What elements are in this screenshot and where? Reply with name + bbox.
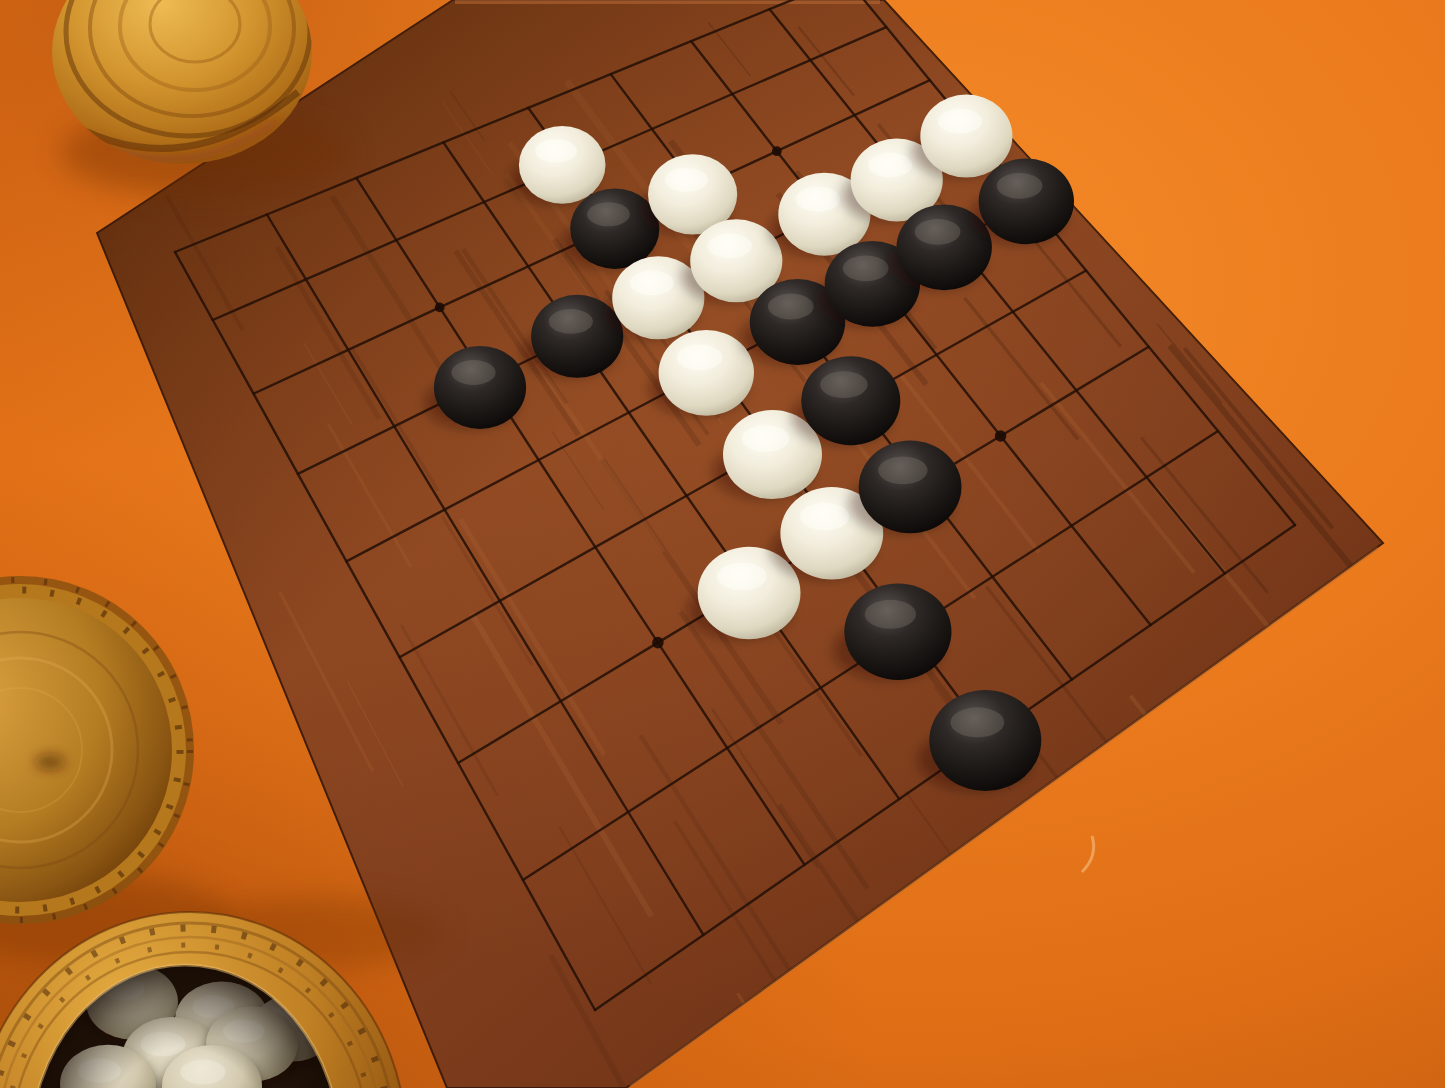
stone-highlight (451, 360, 495, 385)
photo-scene (0, 0, 1445, 1088)
black-stone-body (979, 158, 1074, 244)
stone-highlight (915, 219, 961, 245)
stone-highlight (535, 139, 577, 162)
wood-knot (35, 754, 65, 770)
stone-highlight (768, 294, 814, 320)
stone-highlight (796, 187, 840, 212)
white-stone-body (659, 330, 754, 416)
stone-highlight (800, 503, 849, 531)
stone-highlight (868, 153, 912, 178)
hoshi-point (995, 430, 1007, 442)
stone-highlight (820, 371, 868, 398)
scene-svg (0, 0, 1445, 1088)
black-stone-body (844, 584, 951, 680)
hoshi-point (772, 146, 782, 156)
black-stone-body (801, 356, 900, 445)
stone-highlight (717, 563, 766, 591)
black-stone-body (434, 346, 526, 429)
stone-highlight (665, 168, 708, 192)
black-stone-body (929, 690, 1041, 791)
stone-highlight (938, 109, 982, 134)
hoshi-point (652, 637, 664, 649)
white-stone-body (519, 126, 606, 204)
stone-highlight (843, 256, 889, 282)
stone-highlight (878, 456, 927, 484)
stone-highlight (677, 345, 723, 371)
stone-highlight (951, 707, 1005, 737)
stone-highlight (708, 234, 752, 259)
hoshi-point (435, 303, 445, 313)
stone-highlight (549, 309, 593, 334)
stone-highlight (630, 271, 674, 296)
stone-highlight (587, 202, 630, 226)
stone-highlight (997, 173, 1043, 199)
stone-highlight (865, 600, 916, 629)
white-stone-body (920, 95, 1012, 178)
stone-highlight (742, 425, 790, 452)
black-stone-body (859, 441, 962, 534)
